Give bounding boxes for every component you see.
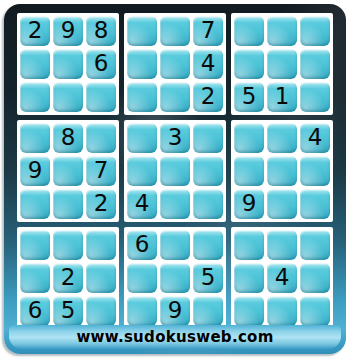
- block-2-3: 49: [231, 120, 333, 222]
- cell-r4c6[interactable]: [193, 123, 223, 153]
- cell-r1c6[interactable]: 7: [193, 16, 223, 46]
- cell-digit: 3: [168, 126, 183, 149]
- cell-r8c8[interactable]: 4: [267, 263, 297, 293]
- cell-digit: 8: [94, 19, 109, 42]
- cell-r6c9[interactable]: [300, 189, 330, 219]
- cell-digit: 6: [28, 299, 43, 322]
- cell-r3c9[interactable]: [300, 82, 330, 112]
- cell-r5c1[interactable]: 9: [20, 156, 50, 186]
- cell-r5c2[interactable]: [53, 156, 83, 186]
- cell-digit: 4: [135, 192, 150, 215]
- cell-r2c3[interactable]: 6: [86, 49, 116, 79]
- cell-r4c5[interactable]: 3: [160, 123, 190, 153]
- cell-digit: 6: [94, 52, 109, 75]
- cell-digit: 4: [308, 126, 323, 149]
- cell-digit: 2: [61, 266, 76, 289]
- cell-r6c4[interactable]: 4: [127, 189, 157, 219]
- cell-r2c7[interactable]: [234, 49, 264, 79]
- cell-r2c8[interactable]: [267, 49, 297, 79]
- block-1-3: 51: [231, 13, 333, 115]
- site-url-link[interactable]: www.sudokusweb.com: [76, 328, 273, 346]
- cell-r6c1[interactable]: [20, 189, 50, 219]
- cell-r2c5[interactable]: [160, 49, 190, 79]
- cell-r3c3[interactable]: [86, 82, 116, 112]
- block-2-1: 8972: [17, 120, 119, 222]
- cell-r2c1[interactable]: [20, 49, 50, 79]
- cell-r1c3[interactable]: 8: [86, 16, 116, 46]
- block-1-2: 742: [124, 13, 226, 115]
- cell-r4c3[interactable]: [86, 123, 116, 153]
- cell-r6c3[interactable]: 2: [86, 189, 116, 219]
- cell-r8c1[interactable]: [20, 263, 50, 293]
- cell-r4c1[interactable]: [20, 123, 50, 153]
- cell-digit: 9: [61, 19, 76, 42]
- block-3-3: 4: [231, 227, 333, 329]
- cell-r4c2[interactable]: 8: [53, 123, 83, 153]
- cell-r9c6[interactable]: [193, 296, 223, 326]
- cell-r8c3[interactable]: [86, 263, 116, 293]
- cell-digit: 1: [275, 85, 290, 108]
- cell-r3c4[interactable]: [127, 82, 157, 112]
- cell-r9c5[interactable]: 9: [160, 296, 190, 326]
- cell-r7c5[interactable]: [160, 230, 190, 260]
- cell-r9c1[interactable]: 6: [20, 296, 50, 326]
- cell-r9c9[interactable]: [300, 296, 330, 326]
- cell-r7c7[interactable]: [234, 230, 264, 260]
- cell-r7c8[interactable]: [267, 230, 297, 260]
- cell-r1c2[interactable]: 9: [53, 16, 83, 46]
- cell-r5c5[interactable]: [160, 156, 190, 186]
- cell-r7c3[interactable]: [86, 230, 116, 260]
- cell-r6c8[interactable]: [267, 189, 297, 219]
- cell-r4c7[interactable]: [234, 123, 264, 153]
- cell-r2c9[interactable]: [300, 49, 330, 79]
- cell-r9c3[interactable]: [86, 296, 116, 326]
- cell-r7c1[interactable]: [20, 230, 50, 260]
- cell-r1c5[interactable]: [160, 16, 190, 46]
- cell-r1c7[interactable]: [234, 16, 264, 46]
- cell-r8c7[interactable]: [234, 263, 264, 293]
- cell-r8c5[interactable]: [160, 263, 190, 293]
- cell-r7c6[interactable]: [193, 230, 223, 260]
- cell-digit: 5: [242, 85, 257, 108]
- cell-digit: 4: [275, 266, 290, 289]
- block-3-2: 659: [124, 227, 226, 329]
- cell-r8c2[interactable]: 2: [53, 263, 83, 293]
- block-3-1: 265: [17, 227, 119, 329]
- cell-digit: 8: [61, 126, 76, 149]
- cell-r3c2[interactable]: [53, 82, 83, 112]
- cell-r5c7[interactable]: [234, 156, 264, 186]
- cell-r2c2[interactable]: [53, 49, 83, 79]
- cell-r8c9[interactable]: [300, 263, 330, 293]
- cell-r5c8[interactable]: [267, 156, 297, 186]
- block-2-2: 34: [124, 120, 226, 222]
- sudoku-board: 298674251897234492656594: [17, 13, 333, 329]
- cell-r4c4[interactable]: [127, 123, 157, 153]
- cell-r5c9[interactable]: [300, 156, 330, 186]
- footer-bar: www.sudokusweb.com: [9, 325, 341, 349]
- cell-r3c7[interactable]: 5: [234, 82, 264, 112]
- cell-r9c8[interactable]: [267, 296, 297, 326]
- cell-digit: 9: [168, 299, 183, 322]
- cell-digit: 9: [242, 192, 257, 215]
- sudoku-panel: 298674251897234492656594 www.sudokusweb.…: [4, 4, 346, 354]
- cell-r1c1[interactable]: 2: [20, 16, 50, 46]
- cell-r3c8[interactable]: 1: [267, 82, 297, 112]
- cell-r3c1[interactable]: [20, 82, 50, 112]
- cell-r5c4[interactable]: [127, 156, 157, 186]
- cell-digit: 4: [201, 52, 216, 75]
- cell-r5c3[interactable]: 7: [86, 156, 116, 186]
- cell-r7c9[interactable]: [300, 230, 330, 260]
- cell-r1c4[interactable]: [127, 16, 157, 46]
- cell-digit: 5: [201, 266, 216, 289]
- cell-r8c6[interactable]: 5: [193, 263, 223, 293]
- cell-digit: 2: [201, 85, 216, 108]
- cell-r6c7[interactable]: 9: [234, 189, 264, 219]
- cell-r6c2[interactable]: [53, 189, 83, 219]
- cell-digit: 2: [28, 19, 43, 42]
- cell-r6c5[interactable]: [160, 189, 190, 219]
- cell-digit: 7: [94, 159, 109, 182]
- cell-r4c9[interactable]: 4: [300, 123, 330, 153]
- cell-r1c8[interactable]: [267, 16, 297, 46]
- cell-r2c4[interactable]: [127, 49, 157, 79]
- cell-digit: 9: [28, 159, 43, 182]
- cell-digit: 2: [94, 192, 109, 215]
- cell-r7c4[interactable]: 6: [127, 230, 157, 260]
- cell-r1c9[interactable]: [300, 16, 330, 46]
- cell-r8c4[interactable]: [127, 263, 157, 293]
- cell-r3c5[interactable]: [160, 82, 190, 112]
- block-1-1: 2986: [17, 13, 119, 115]
- cell-r9c2[interactable]: 5: [53, 296, 83, 326]
- cell-digit: 7: [201, 19, 216, 42]
- cell-digit: 5: [61, 299, 76, 322]
- cell-r5c6[interactable]: [193, 156, 223, 186]
- cell-r3c6[interactable]: 2: [193, 82, 223, 112]
- cell-digit: 6: [135, 233, 150, 256]
- cell-r4c8[interactable]: [267, 123, 297, 153]
- cell-r9c4[interactable]: [127, 296, 157, 326]
- cell-r2c6[interactable]: 4: [193, 49, 223, 79]
- cell-r6c6[interactable]: [193, 189, 223, 219]
- cell-r9c7[interactable]: [234, 296, 264, 326]
- cell-r7c2[interactable]: [53, 230, 83, 260]
